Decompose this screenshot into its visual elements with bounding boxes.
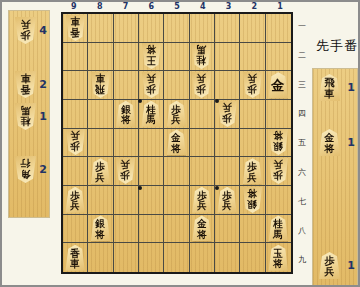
- hand-count-gote-pawn: 4: [39, 24, 47, 37]
- piece-kanji: 兵: [274, 159, 284, 170]
- square-4九[interactable]: [190, 243, 215, 272]
- piece-gote-knight[interactable]: 桂馬: [191, 43, 212, 69]
- rank-labels: 一二三四五六七八九: [294, 12, 310, 274]
- square-9四[interactable]: [63, 100, 88, 129]
- piece-gote-rook[interactable]: 飛車: [90, 72, 111, 98]
- rank-label: 九: [294, 245, 310, 274]
- rank-label: 八: [294, 216, 310, 245]
- piece-kanji: 兵: [96, 173, 106, 184]
- piece-kanji: 歩: [222, 112, 232, 123]
- square-1五[interactable]: 銀将: [266, 129, 291, 158]
- square-1六[interactable]: 歩兵: [266, 157, 291, 186]
- board-grid: 香車王将桂馬飛車歩兵歩兵歩兵金銀将桂馬歩兵歩兵歩兵金将銀将歩兵歩兵歩兵歩兵歩兵歩…: [61, 12, 293, 274]
- piece-kanji: 兵: [325, 267, 335, 278]
- piece-kanji: 桂: [21, 116, 31, 127]
- hoshi-dot: [215, 186, 219, 190]
- piece-kanji: 将: [274, 130, 284, 141]
- piece-kanji: 馬: [197, 44, 207, 55]
- piece-kanji: 将: [274, 259, 284, 270]
- hand-count-gote-lance: 2: [39, 78, 47, 91]
- square-9一[interactable]: 香車: [63, 14, 88, 43]
- square-6七[interactable]: [139, 186, 164, 215]
- square-1九[interactable]: 玉将: [266, 243, 291, 272]
- piece-kanji: 香: [70, 26, 80, 37]
- hand-item-sente-pawn: 歩兵1: [313, 252, 357, 280]
- square-7一[interactable]: [114, 14, 139, 43]
- piece-kanji: 歩: [274, 170, 284, 181]
- piece-sente-pawn[interactable]: 歩兵: [242, 158, 263, 184]
- piece-kanji: 将: [96, 230, 106, 241]
- square-5四[interactable]: 歩兵: [164, 100, 189, 129]
- piece-kanji: 兵: [197, 73, 207, 84]
- piece-sente-lance[interactable]: 香車: [65, 245, 86, 271]
- square-6九[interactable]: [139, 243, 164, 272]
- square-6八[interactable]: [139, 215, 164, 244]
- square-9七[interactable]: 歩兵: [63, 186, 88, 215]
- hand-piece-sente-rook[interactable]: 飛車: [318, 74, 341, 101]
- piece-kanji: 歩: [70, 141, 80, 152]
- file-label: 5: [164, 2, 190, 12]
- file-label: 2: [241, 2, 267, 12]
- square-3九[interactable]: [215, 243, 240, 272]
- piece-kanji: 兵: [70, 201, 80, 212]
- file-label: 4: [190, 2, 216, 12]
- square-9九[interactable]: 香車: [63, 243, 88, 272]
- piece-kanji: 将: [325, 144, 335, 155]
- piece-gote-pawn[interactable]: 歩兵: [217, 101, 238, 127]
- piece-sente-pawn[interactable]: 歩兵: [90, 158, 111, 184]
- rank-label: 一: [294, 12, 310, 41]
- file-label: 6: [138, 2, 164, 12]
- square-8二[interactable]: [88, 43, 113, 72]
- turn-indicator: 先手番: [312, 37, 360, 55]
- square-8五[interactable]: [88, 129, 113, 158]
- square-4八[interactable]: 金将: [190, 215, 215, 244]
- hand-piece-gote-lance[interactable]: 香車: [14, 71, 37, 98]
- piece-kanji: 兵: [248, 173, 258, 184]
- square-2四[interactable]: [240, 100, 265, 129]
- square-1八[interactable]: 桂馬: [266, 215, 291, 244]
- piece-sente-silver[interactable]: 銀将: [90, 215, 111, 241]
- piece-kanji: 行: [21, 158, 31, 169]
- square-4一[interactable]: [190, 14, 215, 43]
- square-2九[interactable]: [240, 243, 265, 272]
- piece-gote-silver[interactable]: 銀将: [242, 187, 263, 213]
- piece-kanji: 歩: [21, 30, 31, 41]
- piece-kanji: 車: [325, 89, 335, 100]
- square-2七[interactable]: 銀将: [240, 186, 265, 215]
- square-3八[interactable]: [215, 215, 240, 244]
- piece-gote-pawn[interactable]: 歩兵: [115, 158, 136, 184]
- square-9三[interactable]: [63, 71, 88, 100]
- square-6一[interactable]: [139, 14, 164, 43]
- piece-kanji: 将: [248, 188, 258, 199]
- square-3三[interactable]: [215, 71, 240, 100]
- piece-kanji: 将: [146, 44, 156, 55]
- rank-label: 七: [294, 187, 310, 216]
- piece-kanji: 金: [325, 133, 335, 144]
- square-4二[interactable]: 桂馬: [190, 43, 215, 72]
- square-7七[interactable]: [114, 186, 139, 215]
- rank-label: 五: [294, 128, 310, 157]
- rank-label: 六: [294, 158, 310, 187]
- piece-kanji: 角: [21, 169, 31, 180]
- piece-gote-pawn[interactable]: 歩兵: [268, 158, 289, 184]
- square-1一[interactable]: [266, 14, 291, 43]
- piece-kanji: 飛: [325, 78, 335, 89]
- piece-kanji: 馬: [274, 230, 284, 241]
- piece-sente-gold[interactable]: 金将: [191, 215, 212, 241]
- piece-sente-king[interactable]: 玉将: [268, 245, 289, 271]
- piece-sente-silver[interactable]: 銀将: [115, 101, 136, 127]
- shogi-app-window: 987654321 歩兵4香車2桂馬1角行2 香車王将桂馬飛車歩兵歩兵歩兵金銀将…: [0, 0, 360, 287]
- sente-komadai: 飛車1金将1歩兵1: [312, 68, 358, 287]
- square-9五[interactable]: 歩兵: [63, 129, 88, 158]
- piece-kanji: 兵: [146, 73, 156, 84]
- hand-count-sente-rook: 1: [347, 81, 355, 94]
- square-7九[interactable]: [114, 243, 139, 272]
- square-8三[interactable]: 飛車: [88, 71, 113, 100]
- hand-piece-gote-bishop[interactable]: 角行: [14, 156, 37, 183]
- square-1七[interactable]: [266, 186, 291, 215]
- square-7五[interactable]: [114, 129, 139, 158]
- file-labels: 987654321: [61, 2, 293, 12]
- square-7三[interactable]: [114, 71, 139, 100]
- square-6四[interactable]: 桂馬: [139, 100, 164, 129]
- square-8七[interactable]: [88, 186, 113, 215]
- piece-kanji: 飛: [96, 84, 106, 95]
- piece-kanji: 兵: [248, 73, 258, 84]
- hoshi-dot: [138, 99, 142, 103]
- square-5二[interactable]: [164, 43, 189, 72]
- square-4六[interactable]: [190, 157, 215, 186]
- square-5九[interactable]: [164, 243, 189, 272]
- piece-kanji: 桂: [197, 55, 207, 66]
- piece-sente-knight[interactable]: 桂馬: [141, 101, 162, 127]
- square-3一[interactable]: [215, 14, 240, 43]
- square-5三[interactable]: [164, 71, 189, 100]
- piece-kanji: 歩: [325, 256, 335, 267]
- piece-sente-knight[interactable]: 桂馬: [268, 215, 289, 241]
- piece-kanji: 銀: [248, 198, 258, 209]
- square-4四[interactable]: [190, 100, 215, 129]
- hand-piece-gote-pawn[interactable]: 歩兵: [14, 17, 37, 44]
- piece-sente-gold[interactable]: 金: [268, 72, 289, 98]
- piece-kanji: 兵: [222, 201, 232, 212]
- square-7八[interactable]: [114, 215, 139, 244]
- square-3四[interactable]: 歩兵: [215, 100, 240, 129]
- piece-sente-pawn[interactable]: 歩兵: [191, 187, 212, 213]
- square-8九[interactable]: [88, 243, 113, 272]
- square-2五[interactable]: [240, 129, 265, 158]
- hand-item-gote-knight: 桂馬1: [9, 103, 49, 131]
- piece-kanji: 歩: [121, 170, 131, 181]
- square-5七[interactable]: [164, 186, 189, 215]
- hand-item-sente-gold: 金将1: [313, 129, 357, 157]
- hand-count-gote-knight: 1: [39, 110, 47, 123]
- piece-sente-gold[interactable]: 金将: [166, 129, 187, 155]
- square-6六[interactable]: [139, 157, 164, 186]
- square-9八[interactable]: [63, 215, 88, 244]
- piece-kanji: 兵: [222, 102, 232, 113]
- piece-kanji: 車: [70, 16, 80, 27]
- hoshi-dot: [215, 99, 219, 103]
- square-6二[interactable]: 王将: [139, 43, 164, 72]
- file-label: 7: [113, 2, 139, 12]
- piece-gote-pawn[interactable]: 歩兵: [65, 129, 86, 155]
- rank-label: 二: [294, 41, 310, 70]
- square-7四[interactable]: 銀将: [114, 100, 139, 129]
- file-label: 1: [267, 2, 293, 12]
- hand-item-gote-bishop: 角行2: [9, 156, 49, 184]
- hand-piece-sente-pawn[interactable]: 歩兵: [318, 252, 341, 279]
- rank-label: 四: [294, 99, 310, 128]
- hand-item-gote-lance: 香車2: [9, 71, 49, 99]
- square-2一[interactable]: [240, 14, 265, 43]
- piece-kanji: 将: [197, 230, 207, 241]
- piece-kanji: 歩: [248, 84, 258, 95]
- square-5五[interactable]: 金将: [164, 129, 189, 158]
- square-2三[interactable]: 歩兵: [240, 71, 265, 100]
- piece-kanji: 兵: [121, 159, 131, 170]
- piece-gote-pawn[interactable]: 歩兵: [242, 72, 263, 98]
- piece-kanji: 兵: [172, 115, 182, 126]
- hoshi-dot: [138, 186, 142, 190]
- square-5一[interactable]: [164, 14, 189, 43]
- square-3五[interactable]: [215, 129, 240, 158]
- square-4五[interactable]: [190, 129, 215, 158]
- square-7二[interactable]: [114, 43, 139, 72]
- piece-gote-pawn[interactable]: 歩兵: [191, 72, 212, 98]
- square-3六[interactable]: [215, 157, 240, 186]
- square-5六[interactable]: [164, 157, 189, 186]
- square-5八[interactable]: [164, 215, 189, 244]
- piece-kanji: 王: [146, 55, 156, 66]
- hand-piece-sente-gold[interactable]: 金将: [318, 129, 341, 156]
- hand-count-gote-bishop: 2: [39, 163, 47, 176]
- square-2二[interactable]: [240, 43, 265, 72]
- piece-kanji: 車: [96, 73, 106, 84]
- piece-kanji: 馬: [21, 105, 31, 116]
- piece-sente-pawn[interactable]: 歩兵: [217, 187, 238, 213]
- square-8一[interactable]: [88, 14, 113, 43]
- square-8六[interactable]: 歩兵: [88, 157, 113, 186]
- piece-gote-king[interactable]: 王将: [141, 43, 162, 69]
- piece-kanji: 歩: [197, 84, 207, 95]
- file-label: 8: [87, 2, 113, 12]
- square-2六[interactable]: 歩兵: [240, 157, 265, 186]
- piece-kanji: 金: [272, 76, 285, 95]
- file-label: 9: [61, 2, 87, 12]
- square-4七[interactable]: 歩兵: [190, 186, 215, 215]
- piece-kanji: 将: [172, 144, 182, 155]
- piece-kanji: 車: [21, 73, 31, 84]
- square-9六[interactable]: [63, 157, 88, 186]
- piece-kanji: 兵: [70, 130, 80, 141]
- square-1四[interactable]: [266, 100, 291, 129]
- square-3二[interactable]: [215, 43, 240, 72]
- piece-kanji: 兵: [197, 201, 207, 212]
- square-1三[interactable]: 金: [266, 71, 291, 100]
- square-2八[interactable]: [240, 215, 265, 244]
- piece-kanji: 馬: [146, 115, 156, 126]
- piece-gote-pawn[interactable]: 歩兵: [141, 72, 162, 98]
- square-8四[interactable]: [88, 100, 113, 129]
- square-1二[interactable]: [266, 43, 291, 72]
- square-6三[interactable]: 歩兵: [139, 71, 164, 100]
- hand-item-sente-rook: 飛車1: [313, 74, 357, 102]
- hand-piece-gote-knight[interactable]: 桂馬: [14, 103, 37, 130]
- square-4三[interactable]: 歩兵: [190, 71, 215, 100]
- piece-sente-pawn[interactable]: 歩兵: [65, 187, 86, 213]
- piece-gote-lance[interactable]: 香車: [65, 15, 86, 41]
- square-7六[interactable]: 歩兵: [114, 157, 139, 186]
- square-9二[interactable]: [63, 43, 88, 72]
- piece-gote-silver[interactable]: 銀将: [268, 129, 289, 155]
- gote-komadai: 歩兵4香車2桂馬1角行2: [8, 10, 50, 218]
- square-8八[interactable]: 銀将: [88, 215, 113, 244]
- piece-sente-pawn[interactable]: 歩兵: [166, 101, 187, 127]
- square-6五[interactable]: [139, 129, 164, 158]
- piece-kanji: 歩: [146, 84, 156, 95]
- piece-kanji: 将: [121, 115, 131, 126]
- hand-count-sente-pawn: 1: [347, 259, 355, 272]
- piece-kanji: 香: [21, 84, 31, 95]
- piece-kanji: 車: [70, 259, 80, 270]
- piece-kanji: 銀: [274, 141, 284, 152]
- hand-item-gote-pawn: 歩兵4: [9, 17, 49, 45]
- rank-label: 三: [294, 70, 310, 99]
- square-3七[interactable]: 歩兵: [215, 186, 240, 215]
- file-label: 3: [216, 2, 242, 12]
- hand-count-sente-gold: 1: [347, 136, 355, 149]
- piece-kanji: 兵: [21, 19, 31, 30]
